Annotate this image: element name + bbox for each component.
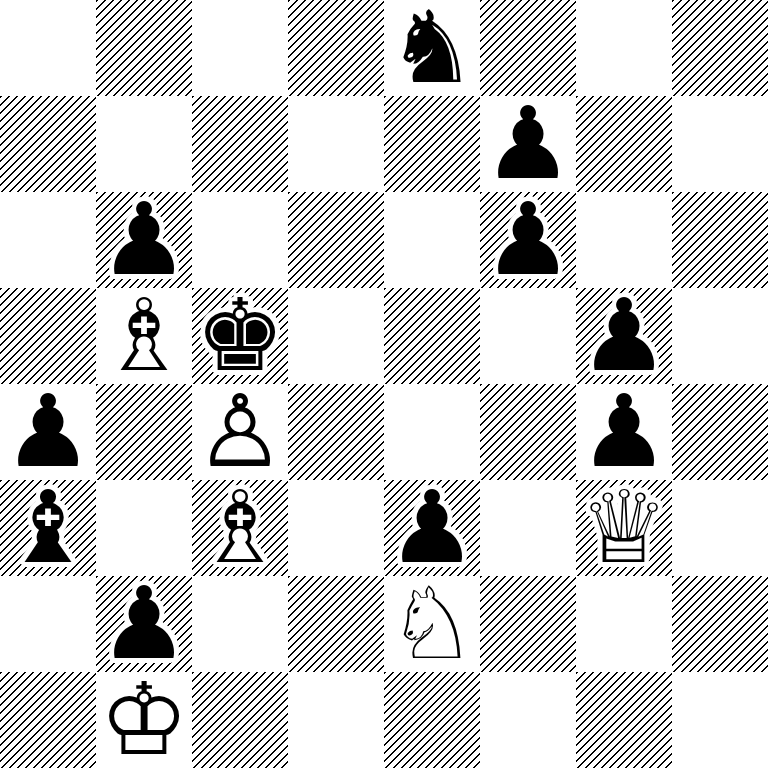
black-pawn-glyph: ♟ xyxy=(576,384,672,480)
square-c5[interactable]: ♚♚ xyxy=(192,288,288,384)
square-f7[interactable]: ♟♟ xyxy=(480,96,576,192)
black-pawn[interactable]: ♟♟ xyxy=(96,576,192,672)
black-pawn-glyph: ♟ xyxy=(480,192,576,288)
white-pawn[interactable]: ♟♙ xyxy=(192,384,288,480)
square-a1[interactable] xyxy=(0,672,96,768)
square-c6[interactable] xyxy=(192,192,288,288)
square-e3[interactable]: ♟♟ xyxy=(384,480,480,576)
square-c2[interactable] xyxy=(192,576,288,672)
square-g5[interactable]: ♟♟ xyxy=(576,288,672,384)
black-pawn[interactable]: ♟♟ xyxy=(480,192,576,288)
square-g2[interactable] xyxy=(576,576,672,672)
white-king-glyph: ♔ xyxy=(96,672,192,768)
white-bishop-glyph: ♗ xyxy=(192,480,288,576)
square-g7[interactable] xyxy=(576,96,672,192)
black-pawn[interactable]: ♟♟ xyxy=(96,192,192,288)
square-f5[interactable] xyxy=(480,288,576,384)
square-g3[interactable]: ♛♕ xyxy=(576,480,672,576)
square-f8[interactable] xyxy=(480,0,576,96)
square-d7[interactable] xyxy=(288,96,384,192)
square-d8[interactable] xyxy=(288,0,384,96)
square-e7[interactable] xyxy=(384,96,480,192)
square-b6[interactable]: ♟♟ xyxy=(96,192,192,288)
square-d5[interactable] xyxy=(288,288,384,384)
square-f3[interactable] xyxy=(480,480,576,576)
white-bishop-glyph: ♗ xyxy=(96,288,192,384)
square-d4[interactable] xyxy=(288,384,384,480)
black-knight[interactable]: ♞♞ xyxy=(384,0,480,96)
square-h4[interactable] xyxy=(672,384,768,480)
black-pawn-glyph: ♟ xyxy=(96,192,192,288)
square-f6[interactable]: ♟♟ xyxy=(480,192,576,288)
square-d2[interactable] xyxy=(288,576,384,672)
white-king[interactable]: ♚♔ xyxy=(96,672,192,768)
black-pawn[interactable]: ♟♟ xyxy=(576,384,672,480)
white-knight-glyph: ♘ xyxy=(384,576,480,672)
square-b7[interactable] xyxy=(96,96,192,192)
black-king-glyph: ♚ xyxy=(192,288,288,384)
square-c7[interactable] xyxy=(192,96,288,192)
square-e1[interactable] xyxy=(384,672,480,768)
white-bishop[interactable]: ♝♗ xyxy=(96,288,192,384)
square-a7[interactable] xyxy=(0,96,96,192)
black-bishop-glyph: ♝ xyxy=(0,480,96,576)
black-pawn-glyph: ♟ xyxy=(384,480,480,576)
square-f4[interactable] xyxy=(480,384,576,480)
square-a4[interactable]: ♟♟ xyxy=(0,384,96,480)
square-e8[interactable]: ♞♞ xyxy=(384,0,480,96)
square-h3[interactable] xyxy=(672,480,768,576)
square-h1[interactable] xyxy=(672,672,768,768)
square-h5[interactable] xyxy=(672,288,768,384)
white-bishop[interactable]: ♝♗ xyxy=(192,480,288,576)
square-g1[interactable] xyxy=(576,672,672,768)
square-g4[interactable]: ♟♟ xyxy=(576,384,672,480)
black-pawn-glyph: ♟ xyxy=(0,384,96,480)
square-g8[interactable] xyxy=(576,0,672,96)
black-pawn-glyph: ♟ xyxy=(480,96,576,192)
square-c4[interactable]: ♟♙ xyxy=(192,384,288,480)
black-knight-glyph: ♞ xyxy=(384,0,480,96)
square-h6[interactable] xyxy=(672,192,768,288)
square-h8[interactable] xyxy=(672,0,768,96)
square-d3[interactable] xyxy=(288,480,384,576)
black-bishop[interactable]: ♝♝ xyxy=(0,480,96,576)
black-pawn-glyph: ♟ xyxy=(96,576,192,672)
square-e2[interactable]: ♞♘ xyxy=(384,576,480,672)
square-b3[interactable] xyxy=(96,480,192,576)
chess-board: ♞♞♟♟♟♟♟♟♝♗♚♚♟♟♟♟♟♙♟♟♝♝♝♗♟♟♛♕♟♟♞♘♚♔ xyxy=(0,0,768,768)
square-b8[interactable] xyxy=(96,0,192,96)
square-f1[interactable] xyxy=(480,672,576,768)
white-queen-glyph: ♕ xyxy=(576,480,672,576)
square-b5[interactable]: ♝♗ xyxy=(96,288,192,384)
square-b1[interactable]: ♚♔ xyxy=(96,672,192,768)
square-c1[interactable] xyxy=(192,672,288,768)
black-pawn[interactable]: ♟♟ xyxy=(480,96,576,192)
square-e6[interactable] xyxy=(384,192,480,288)
square-c8[interactable] xyxy=(192,0,288,96)
square-a2[interactable] xyxy=(0,576,96,672)
white-knight[interactable]: ♞♘ xyxy=(384,576,480,672)
square-h2[interactable] xyxy=(672,576,768,672)
square-a8[interactable] xyxy=(0,0,96,96)
square-b2[interactable]: ♟♟ xyxy=(96,576,192,672)
square-e5[interactable] xyxy=(384,288,480,384)
square-e4[interactable] xyxy=(384,384,480,480)
square-a5[interactable] xyxy=(0,288,96,384)
black-pawn[interactable]: ♟♟ xyxy=(576,288,672,384)
black-king[interactable]: ♚♚ xyxy=(192,288,288,384)
square-h7[interactable] xyxy=(672,96,768,192)
white-pawn-glyph: ♙ xyxy=(192,384,288,480)
black-pawn[interactable]: ♟♟ xyxy=(0,384,96,480)
square-d1[interactable] xyxy=(288,672,384,768)
square-f2[interactable] xyxy=(480,576,576,672)
white-queen[interactable]: ♛♕ xyxy=(576,480,672,576)
square-g6[interactable] xyxy=(576,192,672,288)
square-a3[interactable]: ♝♝ xyxy=(0,480,96,576)
black-pawn-glyph: ♟ xyxy=(576,288,672,384)
square-d6[interactable] xyxy=(288,192,384,288)
square-b4[interactable] xyxy=(96,384,192,480)
square-c3[interactable]: ♝♗ xyxy=(192,480,288,576)
black-pawn[interactable]: ♟♟ xyxy=(384,480,480,576)
square-a6[interactable] xyxy=(0,192,96,288)
